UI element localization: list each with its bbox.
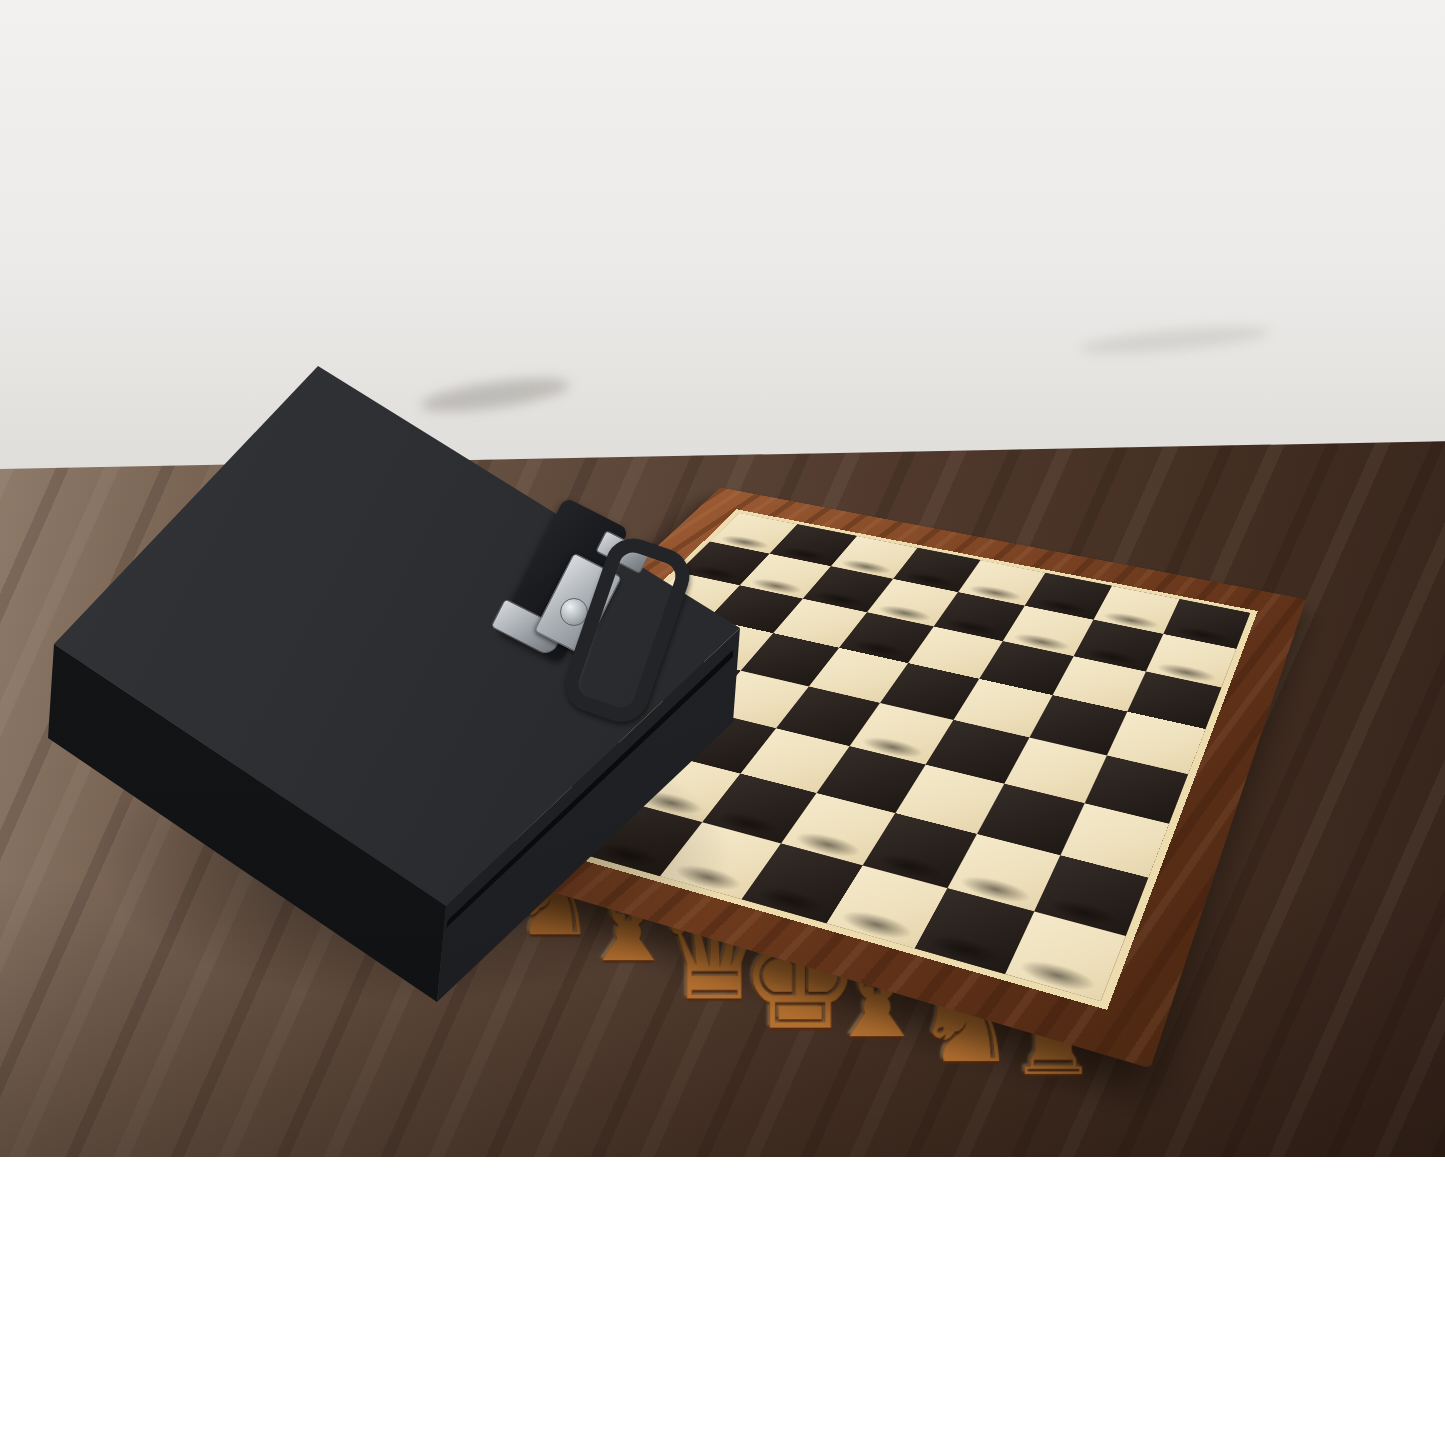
bottom-white-band <box>0 1157 1445 1445</box>
square-g8[interactable]: ♞ <box>1093 586 1180 634</box>
scene: ♜♞♝♛♚♝♞♜♟♟♟♟♟♟♟♟♛♛♟♟♟♟♟♟♟♟♜♞♝♛♚♝♞♜ <box>0 0 1445 1445</box>
square-g3[interactable] <box>977 783 1085 855</box>
piece-shadow <box>924 930 1006 970</box>
case-shadow <box>30 600 830 1070</box>
piece-shadow <box>836 906 917 944</box>
piece-shadow <box>1016 955 1100 996</box>
background-wall <box>0 0 1445 500</box>
